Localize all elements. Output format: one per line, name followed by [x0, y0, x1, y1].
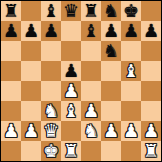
piece-black-king: ♚: [121, 1, 141, 21]
piece-black-queen: ♛: [61, 1, 81, 21]
square-f7[interactable]: ♟: [101, 21, 121, 41]
piece-black-pawn: ♟: [21, 21, 41, 41]
piece-black-rook: ♜: [81, 1, 101, 21]
square-h5[interactable]: [141, 61, 161, 81]
square-h2[interactable]: ♟: [141, 121, 161, 141]
square-f2[interactable]: ♟: [101, 121, 121, 141]
square-g4[interactable]: [121, 81, 141, 101]
square-a6[interactable]: [1, 41, 21, 61]
square-a7[interactable]: ♟: [1, 21, 21, 41]
piece-black-pawn: ♟: [141, 21, 161, 41]
piece-black-bishop: ♝: [41, 1, 61, 21]
square-b8[interactable]: [21, 1, 41, 21]
square-a8[interactable]: ♜: [1, 1, 21, 21]
square-g7[interactable]: ♟: [121, 21, 141, 41]
square-b3[interactable]: [21, 101, 41, 121]
square-a3[interactable]: [1, 101, 21, 121]
square-g3[interactable]: [121, 101, 141, 121]
piece-black-knight: ♞: [101, 41, 121, 61]
piece-white-king: ♚: [41, 141, 61, 161]
square-d1[interactable]: ♜: [61, 141, 81, 161]
square-e4[interactable]: [81, 81, 101, 101]
square-b5[interactable]: [21, 61, 41, 81]
square-a5[interactable]: [1, 61, 21, 81]
square-f6[interactable]: ♞: [101, 41, 121, 61]
piece-white-pawn: ♟: [61, 81, 81, 101]
square-c2[interactable]: ♛: [41, 121, 61, 141]
square-d8[interactable]: ♛: [61, 1, 81, 21]
square-h3[interactable]: [141, 101, 161, 121]
square-e7[interactable]: ♝: [81, 21, 101, 41]
piece-white-bishop: ♝: [61, 101, 81, 121]
square-b7[interactable]: ♟: [21, 21, 41, 41]
piece-white-pawn: ♟: [101, 121, 121, 141]
square-a4[interactable]: [1, 81, 21, 101]
square-a1[interactable]: [1, 141, 21, 161]
square-f3[interactable]: [101, 101, 121, 121]
piece-black-knight: ♞: [101, 1, 121, 21]
square-c6[interactable]: [41, 41, 61, 61]
piece-black-pawn: ♟: [101, 21, 121, 41]
piece-black-pawn: ♟: [61, 61, 81, 81]
square-g8[interactable]: ♚: [121, 1, 141, 21]
square-f5[interactable]: [101, 61, 121, 81]
piece-white-pawn: ♟: [141, 121, 161, 141]
square-b4[interactable]: [21, 81, 41, 101]
square-d5[interactable]: ♟: [61, 61, 81, 81]
square-h8[interactable]: [141, 1, 161, 21]
square-h4[interactable]: [141, 81, 161, 101]
square-g1[interactable]: [121, 141, 141, 161]
square-b2[interactable]: ♟: [21, 121, 41, 141]
square-d6[interactable]: [61, 41, 81, 61]
square-c1[interactable]: ♚: [41, 141, 61, 161]
piece-white-rook: ♜: [61, 141, 81, 161]
square-d7[interactable]: [61, 21, 81, 41]
square-g5[interactable]: ♝: [121, 61, 141, 81]
piece-white-pawn: ♟: [81, 101, 101, 121]
square-g2[interactable]: ♟: [121, 121, 141, 141]
piece-black-pawn: ♟: [1, 21, 21, 41]
square-c7[interactable]: ♟: [41, 21, 61, 41]
square-e6[interactable]: [81, 41, 101, 61]
square-c8[interactable]: ♝: [41, 1, 61, 21]
square-b1[interactable]: [21, 141, 41, 161]
square-g6[interactable]: [121, 41, 141, 61]
square-f4[interactable]: [101, 81, 121, 101]
piece-white-knight: ♞: [41, 101, 61, 121]
square-f1[interactable]: [101, 141, 121, 161]
square-h6[interactable]: [141, 41, 161, 61]
square-h7[interactable]: ♟: [141, 21, 161, 41]
square-d2[interactable]: [61, 121, 81, 141]
piece-black-pawn: ♟: [121, 21, 141, 41]
piece-white-pawn: ♟: [1, 121, 21, 141]
square-c4[interactable]: [41, 81, 61, 101]
piece-white-pawn: ♟: [121, 121, 141, 141]
piece-white-pawn: ♟: [21, 121, 41, 141]
square-c5[interactable]: [41, 61, 61, 81]
piece-white-rook: ♜: [141, 141, 161, 161]
chess-board: ♜♝♛♜♞♚♟♟♟♝♟♟♟♞♟♝♟♞♝♟♟♟♛♞♟♟♟♚♜♜: [1, 1, 161, 161]
chess-board-frame: ♜♝♛♜♞♚♟♟♟♝♟♟♟♞♟♝♟♞♝♟♟♟♛♞♟♟♟♚♜♜: [0, 0, 162, 162]
square-d3[interactable]: ♝: [61, 101, 81, 121]
square-c3[interactable]: ♞: [41, 101, 61, 121]
piece-black-rook: ♜: [1, 1, 21, 21]
square-e1[interactable]: [81, 141, 101, 161]
square-e2[interactable]: ♞: [81, 121, 101, 141]
square-a2[interactable]: ♟: [1, 121, 21, 141]
piece-white-knight: ♞: [81, 121, 101, 141]
square-e3[interactable]: ♟: [81, 101, 101, 121]
piece-black-bishop: ♝: [81, 21, 101, 41]
square-h1[interactable]: ♜: [141, 141, 161, 161]
piece-white-bishop: ♝: [121, 61, 141, 81]
square-f8[interactable]: ♞: [101, 1, 121, 21]
square-b6[interactable]: [21, 41, 41, 61]
square-e8[interactable]: ♜: [81, 1, 101, 21]
square-d4[interactable]: ♟: [61, 81, 81, 101]
piece-white-queen: ♛: [41, 121, 61, 141]
piece-black-pawn: ♟: [41, 21, 61, 41]
square-e5[interactable]: [81, 61, 101, 81]
